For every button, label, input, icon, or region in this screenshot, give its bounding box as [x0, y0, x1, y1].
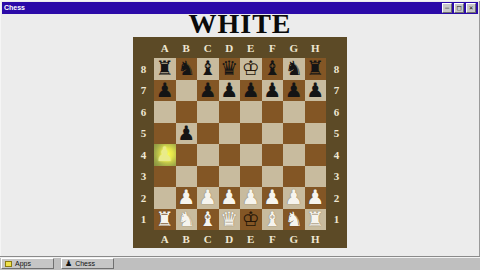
- black-queen: ♛: [220, 58, 238, 80]
- white-pawn: ♟: [156, 144, 174, 166]
- file-label-b: B: [176, 230, 198, 248]
- square-a5[interactable]: [154, 123, 176, 145]
- square-b2[interactable]: ♟: [176, 187, 198, 209]
- square-b7[interactable]: [176, 80, 198, 102]
- rank-label-6: 6: [326, 101, 347, 123]
- square-e2[interactable]: ♟: [240, 187, 262, 209]
- white-rook: ♜: [306, 209, 324, 231]
- rank-label-6: 6: [133, 101, 154, 123]
- folder-icon: [5, 261, 12, 267]
- black-rook: ♜: [306, 58, 324, 80]
- rank-label-7: 7: [133, 80, 154, 102]
- square-g5[interactable]: [283, 123, 305, 145]
- file-labels-top: ABCDEFGH: [154, 37, 326, 58]
- white-bishop: ♝: [263, 209, 281, 231]
- square-d3[interactable]: [219, 166, 241, 188]
- square-c3[interactable]: [197, 166, 219, 188]
- file-label-a: A: [154, 230, 176, 248]
- black-pawn: ♟: [263, 80, 281, 102]
- square-c8[interactable]: ♝: [197, 58, 219, 80]
- square-f1[interactable]: ♝: [262, 209, 284, 231]
- square-e8[interactable]: ♔: [240, 58, 262, 80]
- square-f7[interactable]: ♟: [262, 80, 284, 102]
- taskbar-chess-label: Chess: [75, 259, 95, 268]
- square-h6[interactable]: [305, 101, 327, 123]
- white-pawn: ♟: [306, 187, 324, 209]
- square-h4[interactable]: [305, 144, 327, 166]
- square-d8[interactable]: ♛: [219, 58, 241, 80]
- square-h7[interactable]: ♟: [305, 80, 327, 102]
- black-pawn: ♟: [242, 80, 260, 102]
- square-h2[interactable]: ♟: [305, 187, 327, 209]
- square-g3[interactable]: [283, 166, 305, 188]
- file-label-g: G: [283, 37, 305, 58]
- taskbar-apps-label: Apps: [15, 259, 31, 268]
- white-pawn: ♟: [220, 187, 238, 209]
- rank-label-7: 7: [326, 80, 347, 102]
- square-f3[interactable]: [262, 166, 284, 188]
- white-pawn: ♟: [177, 187, 195, 209]
- black-rook: ♜: [156, 58, 174, 80]
- square-b8[interactable]: ♞: [176, 58, 198, 80]
- white-knight: ♞: [177, 209, 195, 231]
- file-label-f: F: [262, 230, 284, 248]
- rank-labels-left: 87654321: [133, 58, 154, 230]
- square-a4[interactable]: ♟: [154, 144, 176, 166]
- rank-label-2: 2: [326, 187, 347, 209]
- rank-label-1: 1: [133, 209, 154, 231]
- file-label-c: C: [197, 37, 219, 58]
- rank-label-4: 4: [133, 144, 154, 166]
- square-a3[interactable]: [154, 166, 176, 188]
- square-e6[interactable]: [240, 101, 262, 123]
- square-f2[interactable]: ♟: [262, 187, 284, 209]
- rank-label-5: 5: [133, 123, 154, 145]
- rank-label-8: 8: [133, 58, 154, 80]
- square-g7[interactable]: ♟: [283, 80, 305, 102]
- black-king: ♔: [242, 58, 260, 80]
- square-b1[interactable]: ♞: [176, 209, 198, 231]
- square-f6[interactable]: [262, 101, 284, 123]
- square-c4[interactable]: [197, 144, 219, 166]
- rank-label-3: 3: [133, 166, 154, 188]
- black-bishop: ♝: [199, 58, 217, 80]
- square-c6[interactable]: [197, 101, 219, 123]
- black-knight: ♞: [177, 58, 195, 80]
- rank-labels-right: 87654321: [326, 58, 347, 230]
- square-b6[interactable]: [176, 101, 198, 123]
- rank-label-8: 8: [326, 58, 347, 80]
- square-g2[interactable]: ♟: [283, 187, 305, 209]
- black-pawn: ♟: [306, 80, 324, 102]
- square-h3[interactable]: [305, 166, 327, 188]
- square-e5[interactable]: [240, 123, 262, 145]
- square-g6[interactable]: [283, 101, 305, 123]
- rank-label-5: 5: [326, 123, 347, 145]
- square-c7[interactable]: ♟: [197, 80, 219, 102]
- square-b5[interactable]: ♟: [176, 123, 198, 145]
- white-pawn: ♟: [285, 187, 303, 209]
- pawn-icon: ♟: [65, 259, 72, 268]
- white-king: ♔: [242, 209, 260, 231]
- square-c1[interactable]: ♝: [197, 209, 219, 231]
- black-pawn: ♟: [199, 80, 217, 102]
- white-bishop: ♝: [199, 209, 217, 231]
- square-a7[interactable]: ♟: [154, 80, 176, 102]
- file-label-e: E: [240, 230, 262, 248]
- square-h1[interactable]: ♜: [305, 209, 327, 231]
- square-g1[interactable]: ♞: [283, 209, 305, 231]
- file-label-d: D: [219, 37, 241, 58]
- black-pawn: ♟: [177, 123, 195, 145]
- white-pawn: ♟: [263, 187, 281, 209]
- square-e1[interactable]: ♔: [240, 209, 262, 231]
- rank-label-2: 2: [133, 187, 154, 209]
- square-d5[interactable]: [219, 123, 241, 145]
- file-label-b: B: [176, 37, 198, 58]
- black-bishop: ♝: [263, 58, 281, 80]
- file-label-f: F: [262, 37, 284, 58]
- square-a6[interactable]: [154, 101, 176, 123]
- file-label-e: E: [240, 37, 262, 58]
- rank-label-3: 3: [326, 166, 347, 188]
- taskbar: Apps ♟ Chess: [0, 256, 480, 270]
- square-f5[interactable]: [262, 123, 284, 145]
- file-labels-bottom: ABCDEFGH: [154, 230, 326, 248]
- rank-label-4: 4: [326, 144, 347, 166]
- square-d4[interactable]: [219, 144, 241, 166]
- white-queen: ♛: [220, 209, 238, 231]
- square-c5[interactable]: [197, 123, 219, 145]
- black-knight: ♞: [285, 58, 303, 80]
- square-a1[interactable]: ♜: [154, 209, 176, 231]
- white-pawn: ♟: [242, 187, 260, 209]
- black-pawn: ♟: [156, 80, 174, 102]
- square-b4[interactable]: [176, 144, 198, 166]
- white-knight: ♞: [285, 209, 303, 231]
- square-f8[interactable]: ♝: [262, 58, 284, 80]
- square-b3[interactable]: [176, 166, 198, 188]
- chess-board: ABCDEFGH 87654321 87654321 ABCDEFGH ♜♞♝♛…: [133, 37, 347, 248]
- square-h5[interactable]: [305, 123, 327, 145]
- rank-label-1: 1: [326, 209, 347, 231]
- chess-window: Chess – □ × WHITE ABCDEFGH 87654321 8765…: [0, 0, 480, 270]
- square-a2[interactable]: [154, 187, 176, 209]
- square-f4[interactable]: [262, 144, 284, 166]
- square-e7[interactable]: ♟: [240, 80, 262, 102]
- square-c2[interactable]: ♟: [197, 187, 219, 209]
- file-label-g: G: [283, 230, 305, 248]
- file-label-h: H: [305, 230, 327, 248]
- file-label-a: A: [154, 37, 176, 58]
- turn-heading: WHITE: [0, 11, 480, 37]
- file-label-d: D: [219, 230, 241, 248]
- square-g4[interactable]: [283, 144, 305, 166]
- square-h8[interactable]: ♜: [305, 58, 327, 80]
- square-d2[interactable]: ♟: [219, 187, 241, 209]
- square-e3[interactable]: [240, 166, 262, 188]
- black-pawn: ♟: [285, 80, 303, 102]
- square-e4[interactable]: [240, 144, 262, 166]
- white-pawn: ♟: [199, 187, 217, 209]
- file-label-c: C: [197, 230, 219, 248]
- file-label-h: H: [305, 37, 327, 58]
- square-d6[interactable]: [219, 101, 241, 123]
- taskbar-button-apps[interactable]: Apps: [1, 258, 54, 269]
- square-d1[interactable]: ♛: [219, 209, 241, 231]
- square-g8[interactable]: ♞: [283, 58, 305, 80]
- white-rook: ♜: [156, 209, 174, 231]
- black-pawn: ♟: [220, 80, 238, 102]
- square-d7[interactable]: ♟: [219, 80, 241, 102]
- taskbar-button-chess[interactable]: ♟ Chess: [61, 258, 114, 269]
- square-a8[interactable]: ♜: [154, 58, 176, 80]
- board-grid: ♜♞♝♛♔♝♞♜♟♟♟♟♟♟♟♟♟♟♟♟♟♟♟♟♜♞♝♛♔♝♞♜: [154, 58, 326, 230]
